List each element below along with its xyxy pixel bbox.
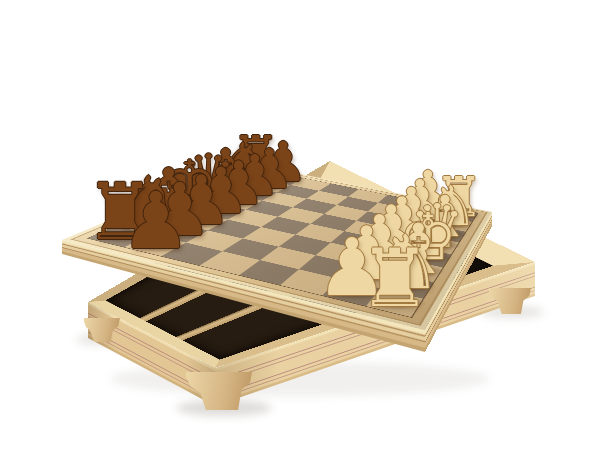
- chess-set-photo: ♜♟♞♟♝♟♛♟♚♟♟♝♜♟♟♞♞♟♟♝♜♟♛♟♟♚♟♝♟♞♟♜: [0, 0, 600, 451]
